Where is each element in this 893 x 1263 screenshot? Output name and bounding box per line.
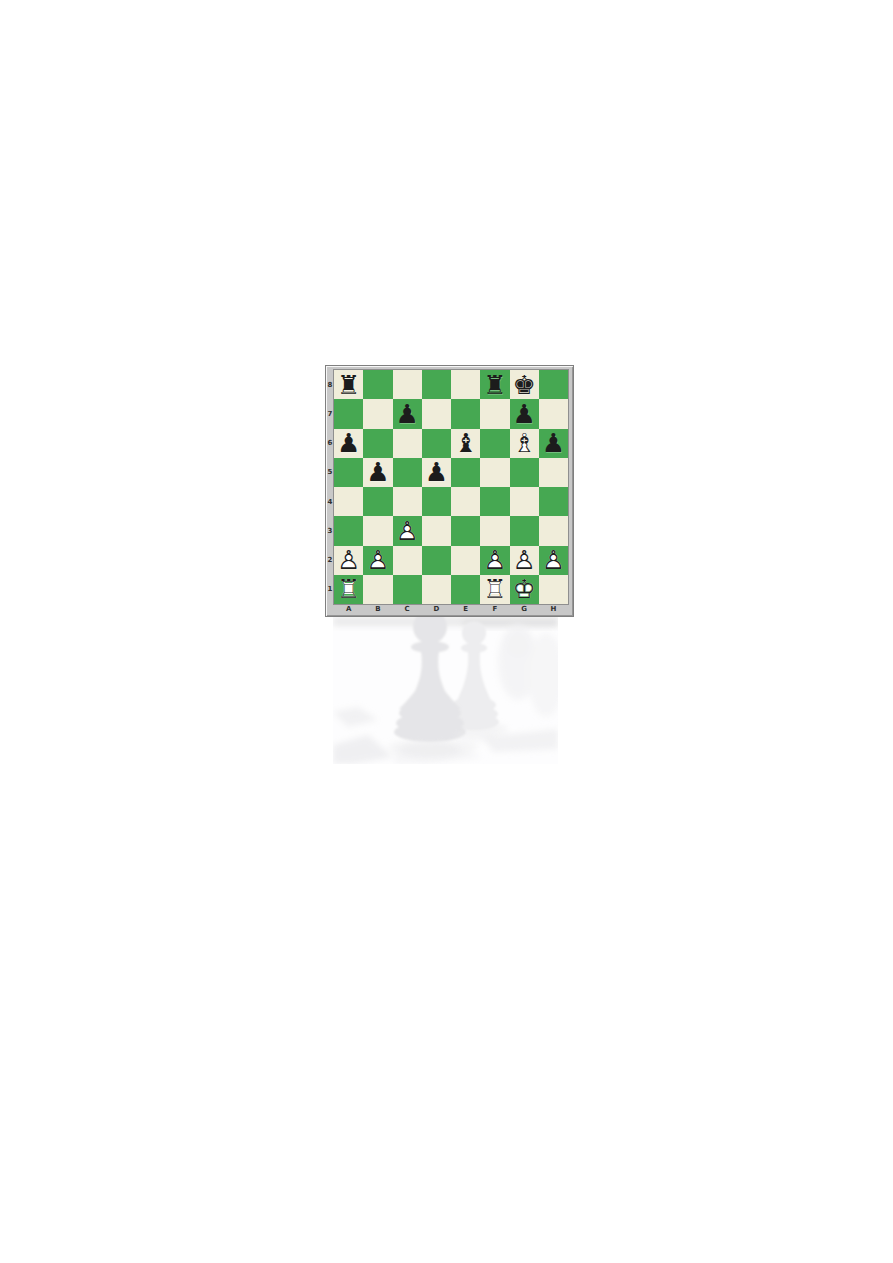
chess-pawns-photo <box>333 617 558 764</box>
square-f7[interactable] <box>480 399 509 428</box>
square-h5[interactable] <box>539 458 568 487</box>
square-d1[interactable] <box>422 575 451 604</box>
square-c5[interactable] <box>393 458 422 487</box>
square-a1[interactable]: ♜♖ <box>334 575 363 604</box>
piece-white-pawn: ♟♙ <box>363 546 392 575</box>
square-g5[interactable] <box>510 458 539 487</box>
square-d2[interactable] <box>422 546 451 575</box>
square-f1[interactable]: ♜♖ <box>480 575 509 604</box>
page: 87654321 ♜♜♚♟♟♟♝♝♗♟♟♟♟♙♟♙♟♙♟♙♟♙♟♙♜♖♜♖♚♔ … <box>0 0 893 1263</box>
piece-white-pawn: ♟♙ <box>393 516 422 545</box>
square-a5[interactable] <box>334 458 363 487</box>
square-b4[interactable] <box>363 487 392 516</box>
file-label-e: E <box>451 603 480 615</box>
file-label-d: D <box>422 603 451 615</box>
board-frame: 87654321 ♜♜♚♟♟♟♝♝♗♟♟♟♟♙♟♙♟♙♟♙♟♙♟♙♜♖♜♖♚♔ … <box>325 365 574 617</box>
square-h6[interactable]: ♟ <box>539 429 568 458</box>
square-b5[interactable]: ♟ <box>363 458 392 487</box>
square-c2[interactable] <box>393 546 422 575</box>
square-e8[interactable] <box>451 370 480 399</box>
piece-black-pawn: ♟ <box>393 399 422 428</box>
piece-black-rook: ♜ <box>334 370 363 399</box>
piece-white-pawn: ♟♙ <box>480 546 509 575</box>
piece-white-pawn: ♟♙ <box>539 546 568 575</box>
square-c1[interactable] <box>393 575 422 604</box>
rank-label-7: 7 <box>326 399 334 428</box>
piece-white-rook: ♜♖ <box>334 575 363 604</box>
square-f5[interactable] <box>480 458 509 487</box>
board-grid: ♜♜♚♟♟♟♝♝♗♟♟♟♟♙♟♙♟♙♟♙♟♙♟♙♜♖♜♖♚♔ <box>334 370 568 604</box>
piece-white-pawn: ♟♙ <box>510 546 539 575</box>
square-g2[interactable]: ♟♙ <box>510 546 539 575</box>
file-label-c: C <box>393 603 422 615</box>
square-b2[interactable]: ♟♙ <box>363 546 392 575</box>
rank-label-8: 8 <box>326 370 334 399</box>
square-a3[interactable] <box>334 516 363 545</box>
square-f6[interactable] <box>480 429 509 458</box>
square-g1[interactable]: ♚♔ <box>510 575 539 604</box>
piece-black-pawn: ♟ <box>334 429 363 458</box>
piece-white-king: ♚♔ <box>510 575 539 604</box>
square-a7[interactable] <box>334 399 363 428</box>
square-a4[interactable] <box>334 487 363 516</box>
rank-label-5: 5 <box>326 458 334 487</box>
square-e4[interactable] <box>451 487 480 516</box>
file-label-g: G <box>510 603 539 615</box>
square-e6[interactable]: ♝ <box>451 429 480 458</box>
square-a8[interactable]: ♜ <box>334 370 363 399</box>
square-f2[interactable]: ♟♙ <box>480 546 509 575</box>
piece-black-pawn: ♟ <box>510 399 539 428</box>
piece-white-bishop: ♝♗ <box>510 429 539 458</box>
rank-label-3: 3 <box>326 516 334 545</box>
square-c4[interactable] <box>393 487 422 516</box>
square-c8[interactable] <box>393 370 422 399</box>
file-labels: ABCDEFGH <box>334 603 568 615</box>
square-d3[interactable] <box>422 516 451 545</box>
chess-board: 87654321 ♜♜♚♟♟♟♝♝♗♟♟♟♟♙♟♙♟♙♟♙♟♙♟♙♜♖♜♖♚♔ … <box>325 365 574 617</box>
square-a2[interactable]: ♟♙ <box>334 546 363 575</box>
rank-label-1: 1 <box>326 575 334 604</box>
square-g6[interactable]: ♝♗ <box>510 429 539 458</box>
square-g7[interactable]: ♟ <box>510 399 539 428</box>
piece-white-rook: ♜♖ <box>480 575 509 604</box>
square-g8[interactable]: ♚ <box>510 370 539 399</box>
square-b3[interactable] <box>363 516 392 545</box>
square-d5[interactable]: ♟ <box>422 458 451 487</box>
square-h8[interactable] <box>539 370 568 399</box>
square-g3[interactable] <box>510 516 539 545</box>
square-c3[interactable]: ♟♙ <box>393 516 422 545</box>
square-e5[interactable] <box>451 458 480 487</box>
square-h3[interactable] <box>539 516 568 545</box>
square-h7[interactable] <box>539 399 568 428</box>
file-label-f: F <box>480 603 509 615</box>
square-b1[interactable] <box>363 575 392 604</box>
square-h1[interactable] <box>539 575 568 604</box>
rank-label-6: 6 <box>326 429 334 458</box>
square-c7[interactable]: ♟ <box>393 399 422 428</box>
square-e7[interactable] <box>451 399 480 428</box>
square-a6[interactable]: ♟ <box>334 429 363 458</box>
file-label-h: H <box>539 603 568 615</box>
square-c6[interactable] <box>393 429 422 458</box>
square-b7[interactable] <box>363 399 392 428</box>
piece-black-bishop: ♝ <box>451 429 480 458</box>
square-f4[interactable] <box>480 487 509 516</box>
square-f3[interactable] <box>480 516 509 545</box>
square-b8[interactable] <box>363 370 392 399</box>
square-f8[interactable]: ♜ <box>480 370 509 399</box>
square-e3[interactable] <box>451 516 480 545</box>
piece-white-pawn: ♟♙ <box>334 546 363 575</box>
piece-black-rook: ♜ <box>480 370 509 399</box>
square-d8[interactable] <box>422 370 451 399</box>
square-e1[interactable] <box>451 575 480 604</box>
square-b6[interactable] <box>363 429 392 458</box>
piece-black-king: ♚ <box>510 370 539 399</box>
piece-black-pawn: ♟ <box>539 429 568 458</box>
square-d6[interactable] <box>422 429 451 458</box>
rank-label-2: 2 <box>326 546 334 575</box>
file-label-a: A <box>334 603 363 615</box>
square-d4[interactable] <box>422 487 451 516</box>
square-h4[interactable] <box>539 487 568 516</box>
file-label-b: B <box>363 603 392 615</box>
piece-black-pawn: ♟ <box>422 458 451 487</box>
square-g4[interactable] <box>510 487 539 516</box>
square-d7[interactable] <box>422 399 451 428</box>
square-h2[interactable]: ♟♙ <box>539 546 568 575</box>
rank-labels: 87654321 <box>326 370 334 604</box>
piece-black-pawn: ♟ <box>363 458 392 487</box>
rank-label-4: 4 <box>326 487 334 516</box>
square-e2[interactable] <box>451 546 480 575</box>
